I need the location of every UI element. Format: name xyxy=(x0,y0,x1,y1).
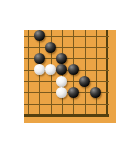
black-stone[interactable] xyxy=(56,64,67,75)
grid-line-horizontal xyxy=(24,104,109,105)
black-stone[interactable] xyxy=(90,87,101,98)
white-stone[interactable] xyxy=(34,64,45,75)
black-stone[interactable] xyxy=(34,30,45,41)
black-stone[interactable] xyxy=(68,64,79,75)
board-bottom-edge-line xyxy=(24,114,109,117)
white-stone[interactable] xyxy=(45,64,56,75)
page-background: { "game": "go", "view": "cropped detail … xyxy=(0,0,140,150)
black-stone[interactable] xyxy=(79,76,90,87)
grid-line-horizontal xyxy=(24,47,109,48)
white-stone[interactable] xyxy=(56,76,67,87)
black-stone[interactable] xyxy=(45,42,56,53)
black-stone[interactable] xyxy=(56,53,67,64)
go-board[interactable] xyxy=(24,30,116,123)
black-stone[interactable] xyxy=(34,53,45,64)
white-stone[interactable] xyxy=(56,87,67,98)
black-stone[interactable] xyxy=(68,87,79,98)
